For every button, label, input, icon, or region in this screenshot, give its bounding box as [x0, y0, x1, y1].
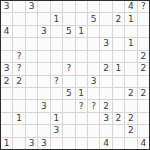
grid-cell-empty[interactable]: [1, 100, 12, 111]
grid-cell-empty[interactable]: [76, 125, 87, 136]
grid-cell-clue: 5: [63, 26, 74, 37]
grid-cell-empty[interactable]: [1, 113, 12, 124]
grid-cell-clue: 2: [100, 63, 111, 74]
grid-cell-empty[interactable]: [100, 13, 111, 24]
grid-cell-clue: 3: [38, 138, 49, 149]
grid-cell-empty[interactable]: [13, 13, 24, 24]
grid-cell-empty[interactable]: [38, 125, 49, 136]
grid-cell-empty[interactable]: [113, 38, 124, 49]
grid-cell-empty[interactable]: [113, 51, 124, 62]
grid-cell-clue: 1: [51, 113, 62, 124]
grid-cell-empty[interactable]: [13, 100, 24, 111]
grid-cell-empty[interactable]: [63, 125, 74, 136]
grid-cell-empty[interactable]: [38, 76, 49, 87]
grid-cell-empty[interactable]: [13, 138, 24, 149]
grid-cell-empty[interactable]: [13, 125, 24, 136]
grid-cell-empty[interactable]: [100, 26, 111, 37]
grid-cell-empty[interactable]: [100, 125, 111, 136]
grid-cell-empty[interactable]: [88, 1, 99, 12]
grid-cell-clue: 3: [51, 125, 62, 136]
grid-cell-clue: ?: [13, 51, 24, 62]
grid-cell-empty[interactable]: [113, 76, 124, 87]
grid-cell-clue: 3: [26, 138, 37, 149]
grid-cell-empty[interactable]: [51, 100, 62, 111]
grid-cell-empty[interactable]: [51, 88, 62, 99]
grid-cell-empty[interactable]: [88, 125, 99, 136]
grid-cell-empty[interactable]: [88, 26, 99, 37]
grid-cell-clue: 3: [100, 113, 111, 124]
grid-cell-empty[interactable]: [26, 76, 37, 87]
grid-cell-empty[interactable]: [1, 51, 12, 62]
grid-cell-clue: ?: [76, 100, 87, 111]
grid-cell-empty[interactable]: [88, 88, 99, 99]
grid-cell-empty[interactable]: [125, 51, 136, 62]
grid-cell-clue: 1: [13, 113, 24, 124]
grid-cell-empty[interactable]: [26, 13, 37, 24]
grid-cell-clue: 2: [113, 13, 124, 24]
grid-cell-clue: 3: [1, 1, 12, 12]
grid-cell-empty[interactable]: [76, 38, 87, 49]
grid-cell-empty[interactable]: [76, 51, 87, 62]
grid-cell-clue: 2: [138, 63, 149, 74]
grid-cell-empty[interactable]: [76, 76, 87, 87]
grid-cell-clue: ?: [88, 100, 99, 111]
grid-cell-empty[interactable]: [63, 13, 74, 24]
grid-cell-empty[interactable]: [1, 13, 12, 24]
grid-cell-clue: ?: [63, 63, 74, 74]
grid-cell-clue: 4: [125, 1, 136, 12]
grid-cell-empty[interactable]: [88, 63, 99, 74]
grid-cell-clue: 3: [100, 38, 111, 49]
grid-cell-empty[interactable]: [138, 125, 149, 136]
grid-cell-empty[interactable]: [1, 38, 12, 49]
grid-cell-empty[interactable]: [88, 51, 99, 62]
grid-cell-clue: 2: [125, 113, 136, 124]
grid-cell-clue: 3: [88, 76, 99, 87]
grid-cell-clue: 2: [100, 100, 111, 111]
grid-cell-empty[interactable]: [125, 76, 136, 87]
grid-cell-empty[interactable]: [51, 26, 62, 37]
grid-cell-empty[interactable]: [138, 76, 149, 87]
grid-cell-empty[interactable]: [76, 1, 87, 12]
grid-cell-empty[interactable]: [13, 38, 24, 49]
grid-cell-empty[interactable]: [1, 125, 12, 136]
grid-cell-empty[interactable]: [100, 1, 111, 12]
grid-cell-empty[interactable]: [100, 88, 111, 99]
grid-cell-empty[interactable]: [51, 38, 62, 49]
grid-cell-empty[interactable]: [13, 26, 24, 37]
grid-cell-empty[interactable]: [63, 76, 74, 87]
grid-cell-empty[interactable]: [26, 51, 37, 62]
grid-cell-empty[interactable]: [38, 113, 49, 124]
minesweeper-board: 334?1521435131?23??21222?351223??2113223…: [0, 0, 150, 150]
grid-cell-clue: 1: [76, 88, 87, 99]
grid-cell-clue: 4: [100, 138, 111, 149]
grid-cell-empty[interactable]: [63, 138, 74, 149]
grid-cell-empty[interactable]: [88, 138, 99, 149]
grid-cell-empty[interactable]: [113, 88, 124, 99]
grid-cell-clue: 1: [76, 26, 87, 37]
grid-cell-empty[interactable]: [113, 100, 124, 111]
grid-cell-clue: 2: [125, 88, 136, 99]
grid-cell-empty[interactable]: [38, 1, 49, 12]
grid-cell-clue: 1: [125, 13, 136, 24]
grid-cell-empty[interactable]: [13, 88, 24, 99]
grid-cell-empty[interactable]: [125, 26, 136, 37]
grid-cell-empty[interactable]: [100, 76, 111, 87]
grid-cell-clue: 3: [26, 1, 37, 12]
grid-cell-clue: 3: [38, 26, 49, 37]
grid-cell-empty[interactable]: [113, 26, 124, 37]
grid-cell-empty[interactable]: [26, 63, 37, 74]
grid-cell-clue: ?: [13, 63, 24, 74]
grid-cell-empty[interactable]: [26, 38, 37, 49]
grid-cell-clue: 2: [1, 76, 12, 87]
grid-cell-empty[interactable]: [38, 51, 49, 62]
grid-cell-empty[interactable]: [76, 63, 87, 74]
grid-cell-empty[interactable]: [51, 63, 62, 74]
grid-cell-empty[interactable]: [113, 138, 124, 149]
grid-cell-empty[interactable]: [100, 51, 111, 62]
grid-cell-clue: 2: [113, 113, 124, 124]
grid-cell-clue: 1: [1, 138, 12, 149]
grid-cell-empty[interactable]: [138, 113, 149, 124]
grid-cell-empty[interactable]: [63, 100, 74, 111]
grid-cell-empty[interactable]: [26, 125, 37, 136]
grid-cell-empty[interactable]: [38, 13, 49, 24]
grid-cell-empty[interactable]: [38, 88, 49, 99]
grid-cell-empty[interactable]: [63, 51, 74, 62]
grid-cell-empty[interactable]: [138, 38, 149, 49]
grid-cell-empty[interactable]: [63, 38, 74, 49]
grid-cell-empty[interactable]: [138, 26, 149, 37]
grid-cell-empty[interactable]: [38, 38, 49, 49]
grid-cell-empty[interactable]: [125, 138, 136, 149]
grid-cell-empty[interactable]: [76, 138, 87, 149]
grid-cell-empty[interactable]: [26, 88, 37, 99]
grid-cell-clue: 3: [1, 63, 12, 74]
grid-cell-clue: ?: [138, 1, 149, 12]
grid-cell-empty[interactable]: [113, 1, 124, 12]
grid-cell-empty[interactable]: [88, 38, 99, 49]
grid-cell-empty[interactable]: [26, 113, 37, 124]
grid-cell-empty[interactable]: [125, 100, 136, 111]
grid-cell-empty[interactable]: [26, 100, 37, 111]
grid-cell-empty[interactable]: [63, 1, 74, 12]
grid-cell-clue: 4: [1, 26, 12, 37]
grid-cell-clue: 5: [88, 13, 99, 24]
grid-cell-empty[interactable]: [51, 138, 62, 149]
grid-cell-clue: 2: [138, 51, 149, 62]
grid-cell-clue: 2: [125, 125, 136, 136]
grid-cell-clue: 1: [125, 38, 136, 49]
grid-cell-empty[interactable]: [51, 1, 62, 12]
grid-cell-clue: 1: [51, 13, 62, 24]
grid-cell-clue: 2: [13, 76, 24, 87]
grid-cell-empty[interactable]: [113, 125, 124, 136]
grid-cell-clue: 2: [138, 88, 149, 99]
grid-cell-empty[interactable]: [138, 100, 149, 111]
grid-cell-clue: 5: [63, 88, 74, 99]
grid-cell-empty[interactable]: [1, 88, 12, 99]
grid-cell-empty[interactable]: [125, 63, 136, 74]
grid-cell-empty[interactable]: [76, 113, 87, 124]
grid-cell-clue: 4: [138, 138, 149, 149]
grid-cell-clue: ?: [51, 76, 62, 87]
grid-cell-empty[interactable]: [138, 13, 149, 24]
grid-cell-empty[interactable]: [51, 51, 62, 62]
grid-cell-clue: 3: [38, 100, 49, 111]
grid-cell-empty[interactable]: [26, 26, 37, 37]
grid-cell-empty[interactable]: [38, 63, 49, 74]
grid-cell-empty[interactable]: [63, 113, 74, 124]
grid-cell-empty[interactable]: [76, 13, 87, 24]
grid-cell-empty[interactable]: [13, 1, 24, 12]
grid-cell-clue: 1: [113, 63, 124, 74]
grid-cell-empty[interactable]: [88, 113, 99, 124]
